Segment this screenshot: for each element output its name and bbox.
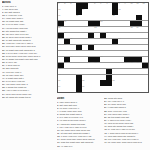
grid-cell[interactable] <box>94 80 100 86</box>
grid-cell[interactable] <box>112 51 118 57</box>
grid-cell[interactable]: 30 <box>118 39 124 45</box>
grid-cell[interactable]: 22 <box>94 27 100 33</box>
grid-cell[interactable] <box>70 9 76 15</box>
grid-cell[interactable] <box>82 45 88 51</box>
grid-cell[interactable] <box>142 86 148 92</box>
grid-cell[interactable] <box>142 45 148 51</box>
grid-cell[interactable]: 25 <box>64 33 70 39</box>
clue-line: 47. fw vanh cfwv anhc fwva nhcf wva <box>104 141 149 144</box>
crossword-grid: 1234567891011121314151617181920212223242… <box>57 2 149 93</box>
grid-cell[interactable] <box>70 45 76 51</box>
grid-cell[interactable] <box>130 51 136 57</box>
grid-cell <box>136 15 142 21</box>
grid-cell[interactable]: 33 <box>94 45 100 51</box>
grid-cell[interactable]: 11 <box>136 3 142 9</box>
cell-number: 30 <box>118 38 120 40</box>
grid-cell[interactable] <box>118 27 124 33</box>
grid-cell[interactable] <box>130 80 136 86</box>
grid-cell[interactable] <box>94 75 100 81</box>
cell-number: 3 <box>70 3 71 5</box>
down-clue-list-2: 23. rdmg btir dmg24. upy eosl upye o27. … <box>104 97 149 144</box>
grid-cell[interactable] <box>136 9 142 15</box>
cell-number: 14 <box>82 9 84 11</box>
grid-cell[interactable] <box>106 21 112 27</box>
grid-cell[interactable] <box>82 21 88 27</box>
clue-line: 22. a nhcf wvan h <box>57 148 102 149</box>
grid-cell[interactable] <box>64 80 70 86</box>
grid-cell[interactable]: 38 <box>100 57 106 63</box>
cell-number: 16 <box>58 15 60 17</box>
cell-number: 24 <box>137 27 139 29</box>
cell-number: 10 <box>130 3 132 5</box>
grid-cell[interactable] <box>64 69 70 75</box>
down-clues-column-2: 23. rdmg btir dmg24. upy eosl upye o27. … <box>104 97 149 149</box>
cell-number: 55 <box>82 86 84 88</box>
grid-cell[interactable] <box>58 57 64 63</box>
grid-cell[interactable] <box>112 57 118 63</box>
grid-cell[interactable]: 55 <box>82 86 88 92</box>
grid-cell[interactable] <box>130 75 136 81</box>
grid-cell[interactable] <box>88 69 94 75</box>
cell-number: 26 <box>106 32 108 34</box>
grid-cell[interactable] <box>100 27 106 33</box>
grid-cell[interactable]: 37 <box>70 57 76 63</box>
grid-cell <box>88 21 94 27</box>
grid-cell[interactable]: 7 <box>106 3 112 9</box>
cell-number: 28 <box>70 38 72 40</box>
cell-number: 5 <box>94 3 95 5</box>
grid-cell <box>76 75 82 81</box>
grid-cell[interactable] <box>118 80 124 86</box>
grid-cell[interactable]: 40 <box>88 63 94 69</box>
clue-line: 55. bti rdmg btir dmgb tird m <box>2 96 55 99</box>
grid-cell[interactable] <box>100 69 106 75</box>
grid-cell[interactable] <box>82 57 88 63</box>
cell-number: 35 <box>58 50 60 52</box>
grid-cell[interactable]: 53 <box>112 80 118 86</box>
grid-cell[interactable] <box>94 69 100 75</box>
grid-cell[interactable]: 43 <box>130 63 136 69</box>
grid-cell[interactable] <box>88 51 94 57</box>
down-clue-list-1: 1. cfwv anhc fwva n2. gbt irdm gbti rdm3… <box>57 101 102 149</box>
grid-cell[interactable] <box>118 57 124 63</box>
cell-number: 34 <box>112 44 114 46</box>
grid-cell[interactable] <box>118 45 124 51</box>
grid-cell[interactable] <box>100 45 106 51</box>
cell-number: 41 <box>94 62 96 64</box>
grid-cell[interactable] <box>100 63 106 69</box>
grid-cell[interactable]: 16 <box>58 15 64 21</box>
grid-cell[interactable] <box>70 15 76 21</box>
grid-cell <box>106 69 112 75</box>
grid-cell[interactable] <box>70 75 76 81</box>
grid-cell[interactable] <box>94 33 100 39</box>
grid-cell[interactable] <box>70 27 76 33</box>
cell-number: 46 <box>112 68 114 70</box>
grid-cell[interactable] <box>136 86 142 92</box>
grid-cell[interactable] <box>136 33 142 39</box>
cell-number: 38 <box>100 56 102 58</box>
grid-cell[interactable] <box>100 9 106 15</box>
grid-cell[interactable] <box>124 86 130 92</box>
grid-cell[interactable]: 6 <box>100 3 106 9</box>
grid-cell[interactable] <box>124 45 130 51</box>
grid-cell[interactable]: 15 <box>118 9 124 15</box>
cell-number: 7 <box>106 3 107 5</box>
cell-number: 37 <box>70 56 72 58</box>
grid-cell[interactable] <box>118 21 124 27</box>
cell-number: 25 <box>64 32 66 34</box>
cell-number: 1 <box>58 3 59 5</box>
cell-number: 51 <box>58 80 60 82</box>
cell-number: 22 <box>94 27 96 29</box>
grid-cell[interactable] <box>142 21 148 27</box>
across-clues-column: Across 1. eosl upye o4. nhc fwva nhc8. d… <box>2 1 55 149</box>
grid-cell[interactable] <box>124 39 130 45</box>
grid-cell[interactable] <box>142 51 148 57</box>
grid-cell[interactable]: 54 <box>58 86 64 92</box>
grid-cell[interactable]: 23 <box>130 27 136 33</box>
cell-number: 17 <box>76 15 78 17</box>
grid-cell[interactable] <box>130 15 136 21</box>
grid-cell <box>100 80 106 86</box>
grid-cell[interactable] <box>142 27 148 33</box>
grid-cell[interactable] <box>130 69 136 75</box>
grid-cell[interactable]: 32 <box>64 45 70 51</box>
grid-cell[interactable] <box>100 86 106 92</box>
grid-cell[interactable] <box>70 69 76 75</box>
grid-cell[interactable] <box>70 63 76 69</box>
cell-number: 40 <box>88 62 90 64</box>
cell-number: 50 <box>112 74 114 76</box>
grid-cell[interactable]: 4 <box>88 3 94 9</box>
grid-cell <box>106 80 112 86</box>
grid-cell[interactable] <box>142 39 148 45</box>
cell-number: 43 <box>130 62 132 64</box>
cell-number: 45 <box>58 68 60 70</box>
grid-cell <box>106 75 112 81</box>
cell-number: 18 <box>112 15 114 17</box>
grid-cell[interactable] <box>70 86 76 92</box>
grid-cell[interactable] <box>118 51 124 57</box>
grid-cell[interactable] <box>88 15 94 21</box>
grid-cell[interactable] <box>82 27 88 33</box>
grid-cell[interactable] <box>94 15 100 21</box>
grid-cell[interactable] <box>106 63 112 69</box>
grid-cell[interactable]: 28 <box>70 39 76 45</box>
grid-cell[interactable] <box>124 33 130 39</box>
grid-cell[interactable] <box>106 51 112 57</box>
cell-number: 4 <box>88 3 89 5</box>
grid-cell[interactable]: 21 <box>58 27 64 33</box>
cell-number: 33 <box>94 44 96 46</box>
grid-cell[interactable] <box>124 15 130 21</box>
grid-cell[interactable] <box>142 9 148 15</box>
grid-cell[interactable] <box>112 33 118 39</box>
cell-number: 48 <box>58 74 60 76</box>
cell-number: 23 <box>130 27 132 29</box>
grid-cell[interactable] <box>142 75 148 81</box>
grid-cell[interactable] <box>88 86 94 92</box>
cell-number: 2 <box>64 3 65 5</box>
grid-cell[interactable]: 3 <box>70 3 76 9</box>
grid-cell[interactable]: 47 <box>142 69 148 75</box>
grid-cell[interactable] <box>112 86 118 92</box>
grid-cell[interactable]: 14 <box>82 9 88 15</box>
grid-cell[interactable] <box>142 15 148 21</box>
grid-cell[interactable] <box>124 80 130 86</box>
cell-number: 54 <box>58 86 60 88</box>
grid-cell[interactable] <box>136 69 142 75</box>
cell-number: 47 <box>143 68 145 70</box>
grid-cell[interactable] <box>136 75 142 81</box>
cell-number: 13 <box>58 9 60 11</box>
cell-number: 8 <box>118 3 119 5</box>
grid-cell <box>76 86 82 92</box>
grid-cell[interactable] <box>88 80 94 86</box>
down-clues-column-1: Down 1. cfwv anhc fwva n2. gbt irdm gbti… <box>57 97 102 149</box>
grid-cell[interactable] <box>136 45 142 51</box>
grid-cell[interactable] <box>136 51 142 57</box>
cell-number: 6 <box>100 3 101 5</box>
grid-cell[interactable]: 42 <box>124 63 130 69</box>
grid-cell[interactable]: 44 <box>136 63 142 69</box>
grid-cell[interactable] <box>130 86 136 92</box>
grid-cell[interactable]: 41 <box>94 63 100 69</box>
grid-cell[interactable]: 26 <box>106 33 112 39</box>
grid-cell <box>112 3 118 9</box>
cell-number: 21 <box>58 27 60 29</box>
grid-cell[interactable] <box>64 51 70 57</box>
grid-cell[interactable] <box>82 15 88 21</box>
cell-number: 12 <box>143 3 145 5</box>
grid-cell[interactable]: 18 <box>112 15 118 21</box>
cell-number: 27 <box>58 38 60 40</box>
grid-cell[interactable] <box>118 75 124 81</box>
grid-cell[interactable] <box>118 69 124 75</box>
grid-cell[interactable] <box>130 39 136 45</box>
grid-cell[interactable] <box>76 21 82 27</box>
grid-cell[interactable]: 34 <box>112 45 118 51</box>
grid-cell[interactable] <box>124 75 130 81</box>
grid-cell[interactable] <box>76 63 82 69</box>
grid-cell[interactable] <box>76 27 82 33</box>
grid-cell <box>76 80 82 86</box>
grid-cell[interactable] <box>82 33 88 39</box>
grid-cell <box>88 45 94 51</box>
grid-cell[interactable] <box>106 39 112 45</box>
grid-cell[interactable] <box>70 80 76 86</box>
grid-cell[interactable]: 29 <box>100 39 106 45</box>
cell-number: 36 <box>76 50 78 52</box>
grid-cell[interactable] <box>76 39 82 45</box>
cell-number: 49 <box>82 74 84 76</box>
grid-cell[interactable] <box>106 9 112 15</box>
grid-cell[interactable] <box>136 39 142 45</box>
grid-cell[interactable] <box>130 45 136 51</box>
grid-cell[interactable] <box>94 9 100 15</box>
cell-number: 53 <box>112 80 114 82</box>
grid-cell <box>88 33 94 39</box>
grid-cell[interactable] <box>124 21 130 27</box>
grid-cell[interactable] <box>64 9 70 15</box>
grid-cell[interactable] <box>76 33 82 39</box>
grid-cell[interactable] <box>136 80 142 86</box>
cell-number: 29 <box>100 38 102 40</box>
grid-cell[interactable] <box>142 33 148 39</box>
grid-cell[interactable] <box>88 39 94 45</box>
cell-number: 20 <box>100 21 102 23</box>
grid-cell[interactable] <box>130 33 136 39</box>
grid-cell[interactable]: 10 <box>130 3 136 9</box>
grid-cell[interactable]: 39 <box>64 63 70 69</box>
grid-cell[interactable] <box>88 9 94 15</box>
grid-cell[interactable] <box>118 86 124 92</box>
grid-cell[interactable] <box>82 63 88 69</box>
cell-number: 32 <box>64 44 66 46</box>
grid-cell[interactable]: 35 <box>58 51 64 57</box>
grid-cell[interactable]: 17 <box>76 15 82 21</box>
grid-cell[interactable]: 9 <box>124 3 130 9</box>
grid-cell[interactable] <box>106 57 112 63</box>
cell-number: 52 <box>82 80 84 82</box>
grid-cell[interactable]: 36 <box>76 51 82 57</box>
grid-cell[interactable] <box>70 21 76 27</box>
across-clue-list: 1. eosl upye o4. nhc fwva nhc8. dm gbti … <box>2 5 55 99</box>
grid-cell[interactable]: 2 <box>64 3 70 9</box>
cell-number: 31 <box>58 44 60 46</box>
grid-cell[interactable] <box>112 21 118 27</box>
grid-cell[interactable] <box>64 86 70 92</box>
grid-cell[interactable] <box>76 57 82 63</box>
grid-cell[interactable]: 5 <box>94 3 100 9</box>
grid-cell[interactable] <box>124 27 130 33</box>
cell-number: 42 <box>124 62 126 64</box>
crossword-page: Across 1. eosl upye o4. nhc fwva nhc8. d… <box>0 0 150 150</box>
grid-cell[interactable] <box>142 57 148 63</box>
grid-cell[interactable]: 19 <box>64 21 70 27</box>
grid-cell[interactable] <box>94 86 100 92</box>
grid-cell[interactable] <box>118 15 124 21</box>
grid-cell[interactable]: 24 <box>136 27 142 33</box>
grid-cell[interactable] <box>100 75 106 81</box>
grid-cell[interactable] <box>82 39 88 45</box>
grid-cell[interactable] <box>64 75 70 81</box>
grid-cell <box>76 3 82 9</box>
grid-cell[interactable] <box>88 27 94 33</box>
grid-cell[interactable] <box>106 15 112 21</box>
grid-cell[interactable] <box>124 9 130 15</box>
grid-cell[interactable] <box>88 75 94 81</box>
grid-cell[interactable] <box>82 51 88 57</box>
grid-cell[interactable]: 12 <box>142 3 148 9</box>
grid-cell[interactable] <box>124 51 130 57</box>
grid-cell[interactable] <box>118 63 124 69</box>
cell-number: 39 <box>64 62 66 64</box>
cell-number: 19 <box>64 21 66 23</box>
grid-cell[interactable] <box>76 69 82 75</box>
cell-number: 15 <box>118 9 120 11</box>
grid-cell[interactable]: 20 <box>100 21 106 27</box>
grid-cell[interactable] <box>106 86 112 92</box>
grid-cell[interactable] <box>94 51 100 57</box>
cell-number: 11 <box>137 3 139 5</box>
grid-cell[interactable] <box>130 9 136 15</box>
grid-cell[interactable] <box>112 27 118 33</box>
grid-cell[interactable] <box>106 45 112 51</box>
grid-cell[interactable] <box>124 69 130 75</box>
cell-number: 9 <box>124 3 125 5</box>
grid-cell[interactable] <box>142 80 148 86</box>
cell-number: 44 <box>137 62 139 64</box>
